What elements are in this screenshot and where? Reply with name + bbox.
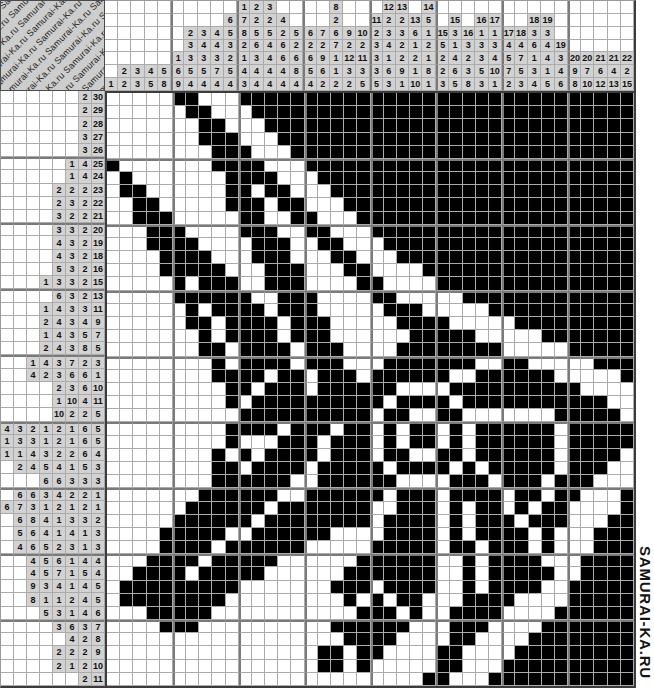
grid-cell[interactable]: [542, 541, 555, 554]
grid-cell[interactable]: [226, 488, 239, 501]
grid-cell[interactable]: [555, 119, 568, 132]
grid-cell[interactable]: [265, 238, 278, 251]
grid-cell[interactable]: [410, 396, 423, 409]
grid-cell[interactable]: [594, 554, 607, 567]
grid-cell[interactable]: [344, 198, 357, 211]
grid-cell[interactable]: [357, 317, 370, 330]
grid-cell[interactable]: [252, 436, 265, 449]
grid-cell[interactable]: [608, 106, 621, 119]
grid-cell[interactable]: [107, 515, 120, 528]
grid-cell[interactable]: [542, 212, 555, 225]
grid-cell[interactable]: [186, 422, 199, 435]
grid-cell[interactable]: [594, 185, 607, 198]
grid-cell[interactable]: [581, 251, 594, 264]
grid-cell[interactable]: [226, 422, 239, 435]
grid-cell[interactable]: [476, 304, 489, 317]
grid-cell[interactable]: [542, 581, 555, 594]
grid-cell[interactable]: [529, 304, 542, 317]
grid-cell[interactable]: [107, 488, 120, 501]
grid-cell[interactable]: [450, 646, 463, 659]
grid-cell[interactable]: [212, 198, 225, 211]
grid-cell[interactable]: [186, 119, 199, 132]
grid-cell[interactable]: [371, 567, 384, 580]
grid-cell[interactable]: [212, 146, 225, 159]
grid-cell[interactable]: [239, 528, 252, 541]
grid-cell[interactable]: [371, 449, 384, 462]
grid-cell[interactable]: [502, 502, 515, 515]
grid-cell[interactable]: [397, 185, 410, 198]
grid-cell[interactable]: [212, 212, 225, 225]
grid-cell[interactable]: [252, 607, 265, 620]
grid-cell[interactable]: [199, 581, 212, 594]
grid-cell[interactable]: [555, 277, 568, 290]
grid-cell[interactable]: [160, 396, 173, 409]
grid-cell[interactable]: [423, 119, 436, 132]
grid-cell[interactable]: [397, 317, 410, 330]
grid-cell[interactable]: [199, 146, 212, 159]
grid-cell[interactable]: [291, 409, 304, 422]
grid-cell[interactable]: [542, 620, 555, 633]
grid-cell[interactable]: [252, 594, 265, 607]
grid-cell[interactable]: [384, 185, 397, 198]
grid-cell[interactable]: [252, 251, 265, 264]
grid-cell[interactable]: [265, 541, 278, 554]
grid-cell[interactable]: [436, 357, 449, 370]
grid-cell[interactable]: [186, 383, 199, 396]
grid-cell[interactable]: [436, 409, 449, 422]
grid-cell[interactable]: [463, 317, 476, 330]
grid-cell[interactable]: [555, 304, 568, 317]
grid-cell[interactable]: [384, 620, 397, 633]
grid-cell[interactable]: [608, 475, 621, 488]
grid-cell[interactable]: [160, 159, 173, 172]
grid-cell[interactable]: [305, 554, 318, 567]
grid-cell[interactable]: [410, 198, 423, 211]
grid-cell[interactable]: [450, 238, 463, 251]
grid-cell[interactable]: [120, 238, 133, 251]
grid-cell[interactable]: [397, 198, 410, 211]
grid-cell[interactable]: [331, 106, 344, 119]
grid-cell[interactable]: [397, 396, 410, 409]
grid-cell[interactable]: [331, 541, 344, 554]
grid-cell[interactable]: [357, 198, 370, 211]
grid-cell[interactable]: [608, 673, 621, 686]
grid-cell[interactable]: [397, 212, 410, 225]
grid-cell[interactable]: [423, 488, 436, 501]
grid-cell[interactable]: [318, 515, 331, 528]
grid-cell[interactable]: [291, 620, 304, 633]
grid-cell[interactable]: [410, 133, 423, 146]
grid-cell[interactable]: [147, 146, 160, 159]
grid-cell[interactable]: [542, 264, 555, 277]
grid-cell[interactable]: [291, 238, 304, 251]
grid-cell[interactable]: [423, 304, 436, 317]
grid-cell[interactable]: [397, 581, 410, 594]
grid-cell[interactable]: [239, 225, 252, 238]
grid-cell[interactable]: [594, 673, 607, 686]
grid-cell[interactable]: [476, 238, 489, 251]
grid-cell[interactable]: [515, 198, 528, 211]
grid-cell[interactable]: [621, 185, 634, 198]
grid-cell[interactable]: [186, 581, 199, 594]
grid-cell[interactable]: [147, 383, 160, 396]
grid-cell[interactable]: [489, 383, 502, 396]
grid-cell[interactable]: [555, 172, 568, 185]
grid-cell[interactable]: [107, 528, 120, 541]
grid-cell[interactable]: [476, 633, 489, 646]
grid-cell[interactable]: [173, 238, 186, 251]
grid-cell[interactable]: [133, 633, 146, 646]
grid-cell[interactable]: [212, 185, 225, 198]
grid-cell[interactable]: [568, 488, 581, 501]
grid-cell[interactable]: [410, 357, 423, 370]
grid-cell[interactable]: [555, 159, 568, 172]
grid-cell[interactable]: [344, 185, 357, 198]
grid-cell[interactable]: [291, 119, 304, 132]
grid-cell[interactable]: [212, 225, 225, 238]
grid-cell[interactable]: [107, 567, 120, 580]
grid-cell[interactable]: [397, 449, 410, 462]
grid-cell[interactable]: [305, 317, 318, 330]
grid-cell[interactable]: [397, 133, 410, 146]
grid-cell[interactable]: [621, 146, 634, 159]
grid-cell[interactable]: [265, 317, 278, 330]
grid-cell[interactable]: [120, 567, 133, 580]
grid-cell[interactable]: [252, 291, 265, 304]
grid-cell[interactable]: [423, 383, 436, 396]
grid-cell[interactable]: [581, 567, 594, 580]
grid-cell[interactable]: [384, 212, 397, 225]
grid-cell[interactable]: [239, 515, 252, 528]
grid-cell[interactable]: [410, 515, 423, 528]
grid-cell[interactable]: [357, 383, 370, 396]
grid-cell[interactable]: [120, 462, 133, 475]
grid-cell[interactable]: [423, 633, 436, 646]
grid-cell[interactable]: [581, 159, 594, 172]
grid-cell[interactable]: [173, 633, 186, 646]
grid-cell[interactable]: [463, 330, 476, 343]
grid-cell[interactable]: [581, 304, 594, 317]
grid-cell[interactable]: [397, 554, 410, 567]
grid-cell[interactable]: [265, 475, 278, 488]
grid-cell[interactable]: [397, 238, 410, 251]
grid-cell[interactable]: [384, 330, 397, 343]
grid-cell[interactable]: [318, 251, 331, 264]
grid-cell[interactable]: [212, 291, 225, 304]
grid-cell[interactable]: [555, 673, 568, 686]
grid-cell[interactable]: [212, 660, 225, 673]
grid-cell[interactable]: [476, 185, 489, 198]
grid-cell[interactable]: [252, 304, 265, 317]
grid-cell[interactable]: [621, 422, 634, 435]
grid-cell[interactable]: [278, 238, 291, 251]
grid-cell[interactable]: [344, 330, 357, 343]
grid-cell[interactable]: [357, 343, 370, 356]
grid-cell[interactable]: [568, 396, 581, 409]
grid-cell[interactable]: [621, 198, 634, 211]
grid-cell[interactable]: [291, 646, 304, 659]
grid-cell[interactable]: [226, 528, 239, 541]
grid-cell[interactable]: [305, 225, 318, 238]
grid-cell[interactable]: [291, 673, 304, 686]
grid-cell[interactable]: [476, 277, 489, 290]
grid-cell[interactable]: [594, 370, 607, 383]
grid-cell[interactable]: [133, 475, 146, 488]
grid-cell[interactable]: [160, 119, 173, 132]
grid-cell[interactable]: [581, 581, 594, 594]
grid-cell[interactable]: [160, 146, 173, 159]
grid-cell[interactable]: [133, 567, 146, 580]
grid-cell[interactable]: [265, 581, 278, 594]
grid-cell[interactable]: [344, 396, 357, 409]
grid-cell[interactable]: [107, 660, 120, 673]
grid-cell[interactable]: [489, 172, 502, 185]
grid-cell[interactable]: [489, 502, 502, 515]
grid-cell[interactable]: [278, 277, 291, 290]
grid-cell[interactable]: [450, 317, 463, 330]
grid-cell[interactable]: [107, 646, 120, 659]
grid-cell[interactable]: [502, 449, 515, 462]
grid-cell[interactable]: [529, 172, 542, 185]
grid-cell[interactable]: [331, 317, 344, 330]
grid-cell[interactable]: [120, 343, 133, 356]
grid-cell[interactable]: [384, 159, 397, 172]
grid-cell[interactable]: [344, 93, 357, 106]
grid-cell[interactable]: [147, 673, 160, 686]
grid-cell[interactable]: [344, 264, 357, 277]
grid-cell[interactable]: [515, 185, 528, 198]
grid-cell[interactable]: [252, 673, 265, 686]
grid-cell[interactable]: [608, 541, 621, 554]
grid-cell[interactable]: [502, 93, 515, 106]
grid-cell[interactable]: [529, 317, 542, 330]
grid-cell[interactable]: [291, 554, 304, 567]
grid-cell[interactable]: [291, 594, 304, 607]
grid-cell[interactable]: [173, 409, 186, 422]
grid-cell[interactable]: [147, 251, 160, 264]
grid-cell[interactable]: [133, 673, 146, 686]
grid-cell[interactable]: [463, 633, 476, 646]
grid-cell[interactable]: [568, 291, 581, 304]
grid-cell[interactable]: [265, 198, 278, 211]
grid-cell[interactable]: [410, 422, 423, 435]
grid-cell[interactable]: [555, 93, 568, 106]
grid-cell[interactable]: [212, 317, 225, 330]
grid-cell[interactable]: [120, 172, 133, 185]
grid-cell[interactable]: [357, 462, 370, 475]
grid-cell[interactable]: [436, 594, 449, 607]
grid-cell[interactable]: [463, 172, 476, 185]
grid-cell[interactable]: [608, 146, 621, 159]
grid-cell[interactable]: [489, 409, 502, 422]
grid-cell[interactable]: [529, 396, 542, 409]
grid-cell[interactable]: [410, 475, 423, 488]
grid-cell[interactable]: [515, 106, 528, 119]
grid-cell[interactable]: [502, 238, 515, 251]
grid-cell[interactable]: [147, 409, 160, 422]
grid-cell[interactable]: [450, 225, 463, 238]
grid-cell[interactable]: [384, 660, 397, 673]
grid-cell[interactable]: [212, 502, 225, 515]
grid-cell[interactable]: [212, 673, 225, 686]
grid-cell[interactable]: [515, 594, 528, 607]
grid-cell[interactable]: [476, 660, 489, 673]
grid-cell[interactable]: [502, 554, 515, 567]
grid-cell[interactable]: [147, 277, 160, 290]
grid-cell[interactable]: [173, 436, 186, 449]
grid-cell[interactable]: [278, 502, 291, 515]
grid-cell[interactable]: [160, 172, 173, 185]
grid-cell[interactable]: [529, 502, 542, 515]
grid-cell[interactable]: [160, 567, 173, 580]
grid-cell[interactable]: [515, 475, 528, 488]
grid-cell[interactable]: [436, 502, 449, 515]
grid-cell[interactable]: [463, 146, 476, 159]
grid-cell[interactable]: [357, 436, 370, 449]
grid-cell[interactable]: [463, 475, 476, 488]
grid-cell[interactable]: [608, 462, 621, 475]
grid-cell[interactable]: [186, 633, 199, 646]
grid-cell[interactable]: [147, 607, 160, 620]
grid-cell[interactable]: [450, 528, 463, 541]
grid-cell[interactable]: [344, 409, 357, 422]
grid-cell[interactable]: [384, 119, 397, 132]
grid-cell[interactable]: [160, 488, 173, 501]
grid-cell[interactable]: [436, 567, 449, 580]
grid-cell[interactable]: [450, 396, 463, 409]
grid-cell[interactable]: [173, 264, 186, 277]
grid-cell[interactable]: [371, 238, 384, 251]
grid-cell[interactable]: [423, 357, 436, 370]
grid-cell[interactable]: [608, 370, 621, 383]
grid-cell[interactable]: [410, 449, 423, 462]
grid-cell[interactable]: [436, 633, 449, 646]
grid-cell[interactable]: [147, 159, 160, 172]
grid-cell[interactable]: [120, 225, 133, 238]
grid-cell[interactable]: [331, 581, 344, 594]
grid-cell[interactable]: [212, 620, 225, 633]
grid-cell[interactable]: [489, 396, 502, 409]
grid-cell[interactable]: [515, 238, 528, 251]
grid-cell[interactable]: [397, 304, 410, 317]
grid-cell[interactable]: [291, 251, 304, 264]
grid-cell[interactable]: [186, 370, 199, 383]
grid-cell[interactable]: [436, 383, 449, 396]
grid-cell[interactable]: [265, 528, 278, 541]
grid-cell[interactable]: [305, 409, 318, 422]
grid-cell[interactable]: [371, 594, 384, 607]
grid-cell[interactable]: [133, 528, 146, 541]
grid-cell[interactable]: [212, 515, 225, 528]
grid-cell[interactable]: [133, 488, 146, 501]
grid-cell[interactable]: [410, 409, 423, 422]
grid-cell[interactable]: [450, 93, 463, 106]
grid-cell[interactable]: [450, 515, 463, 528]
grid-cell[interactable]: [278, 357, 291, 370]
grid-cell[interactable]: [318, 660, 331, 673]
grid-cell[interactable]: [397, 146, 410, 159]
grid-cell[interactable]: [147, 357, 160, 370]
grid-cell[interactable]: [371, 251, 384, 264]
grid-cell[interactable]: [239, 146, 252, 159]
grid-cell[interactable]: [120, 317, 133, 330]
grid-cell[interactable]: [120, 502, 133, 515]
grid-cell[interactable]: [423, 554, 436, 567]
grid-cell[interactable]: [278, 146, 291, 159]
grid-cell[interactable]: [423, 528, 436, 541]
grid-cell[interactable]: [621, 251, 634, 264]
grid-cell[interactable]: [107, 133, 120, 146]
grid-cell[interactable]: [568, 607, 581, 620]
grid-cell[interactable]: [397, 620, 410, 633]
grid-cell[interactable]: [318, 620, 331, 633]
grid-cell[interactable]: [107, 620, 120, 633]
grid-cell[interactable]: [212, 449, 225, 462]
grid-cell[interactable]: [608, 159, 621, 172]
grid-cell[interactable]: [476, 646, 489, 659]
grid-cell[interactable]: [199, 159, 212, 172]
grid-cell[interactable]: [489, 317, 502, 330]
grid-cell[interactable]: [384, 422, 397, 435]
grid-cell[interactable]: [502, 304, 515, 317]
grid-cell[interactable]: [476, 567, 489, 580]
grid-cell[interactable]: [265, 620, 278, 633]
grid-cell[interactable]: [291, 159, 304, 172]
grid-cell[interactable]: [291, 146, 304, 159]
grid-cell[interactable]: [502, 370, 515, 383]
grid-cell[interactable]: [318, 212, 331, 225]
grid-cell[interactable]: [384, 502, 397, 515]
grid-cell[interactable]: [371, 646, 384, 659]
grid-cell[interactable]: [568, 172, 581, 185]
grid-cell[interactable]: [291, 370, 304, 383]
grid-cell[interactable]: [318, 225, 331, 238]
grid-cell[interactable]: [160, 436, 173, 449]
grid-cell[interactable]: [463, 343, 476, 356]
grid-cell[interactable]: [502, 172, 515, 185]
grid-cell[interactable]: [331, 93, 344, 106]
grid-cell[interactable]: [542, 528, 555, 541]
grid-cell[interactable]: [489, 370, 502, 383]
grid-cell[interactable]: [476, 462, 489, 475]
grid-cell[interactable]: [133, 146, 146, 159]
grid-cell[interactable]: [120, 396, 133, 409]
grid-cell[interactable]: [436, 660, 449, 673]
grid-cell[interactable]: [278, 133, 291, 146]
grid-cell[interactable]: [278, 422, 291, 435]
grid-cell[interactable]: [581, 409, 594, 422]
grid-cell[interactable]: [542, 146, 555, 159]
grid-cell[interactable]: [305, 488, 318, 501]
grid-cell[interactable]: [529, 436, 542, 449]
grid-cell[interactable]: [318, 673, 331, 686]
grid-cell[interactable]: [529, 462, 542, 475]
grid-cell[interactable]: [147, 317, 160, 330]
grid-cell[interactable]: [410, 330, 423, 343]
grid-cell[interactable]: [357, 673, 370, 686]
grid-cell[interactable]: [252, 475, 265, 488]
grid-cell[interactable]: [581, 172, 594, 185]
grid-cell[interactable]: [568, 633, 581, 646]
grid-cell[interactable]: [318, 409, 331, 422]
grid-cell[interactable]: [489, 607, 502, 620]
grid-cell[interactable]: [397, 277, 410, 290]
grid-cell[interactable]: [107, 475, 120, 488]
grid-cell[interactable]: [581, 646, 594, 659]
grid-cell[interactable]: [594, 106, 607, 119]
grid-cell[interactable]: [621, 277, 634, 290]
grid-cell[interactable]: [331, 330, 344, 343]
